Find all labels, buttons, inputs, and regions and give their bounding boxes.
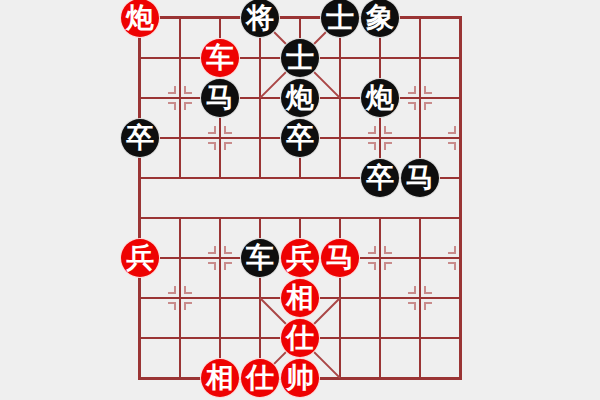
point-marker [424, 286, 432, 294]
point-marker [368, 262, 376, 270]
point-marker [368, 126, 376, 134]
board-file-line [179, 18, 181, 179]
point-marker [368, 142, 376, 150]
piece-red-chariot[interactable]: 车 [200, 38, 240, 78]
point-marker [408, 86, 416, 94]
board-file-line [419, 217, 421, 379]
app-background: 炮将士象车士马炮炮卒卒卒马兵车兵马相仕相仕帅 [0, 0, 600, 400]
piece-red-advisor[interactable]: 仕 [280, 318, 320, 358]
point-marker [408, 102, 416, 110]
point-marker [448, 262, 456, 270]
piece-red-king[interactable]: 帅 [280, 358, 320, 398]
point-marker [168, 86, 176, 94]
piece-black-soldier[interactable]: 卒 [120, 118, 160, 158]
piece-red-soldier[interactable]: 兵 [280, 238, 320, 278]
point-marker [224, 246, 232, 254]
point-marker [184, 302, 192, 310]
point-marker [224, 142, 232, 150]
point-marker [448, 246, 456, 254]
piece-black-chariot[interactable]: 车 [240, 238, 280, 278]
point-marker [408, 286, 416, 294]
point-marker [384, 246, 392, 254]
point-marker [384, 262, 392, 270]
piece-red-elephant[interactable]: 相 [200, 358, 240, 398]
piece-black-horse[interactable]: 马 [200, 78, 240, 118]
piece-red-advisor[interactable]: 仕 [240, 358, 280, 398]
point-marker [424, 302, 432, 310]
board-rank-line [140, 217, 462, 219]
piece-red-soldier[interactable]: 兵 [120, 238, 160, 278]
point-marker [224, 262, 232, 270]
point-marker [184, 286, 192, 294]
piece-black-advisor[interactable]: 士 [280, 38, 320, 78]
piece-black-horse[interactable]: 马 [400, 158, 440, 198]
point-marker [368, 246, 376, 254]
board-file-line [379, 217, 381, 379]
point-marker [448, 126, 456, 134]
board-file-line [219, 217, 221, 379]
point-marker [184, 86, 192, 94]
piece-black-soldier[interactable]: 卒 [360, 158, 400, 198]
point-marker [168, 302, 176, 310]
piece-red-horse[interactable]: 马 [320, 238, 360, 278]
point-marker [384, 126, 392, 134]
point-marker [424, 86, 432, 94]
point-marker [424, 102, 432, 110]
point-marker [208, 262, 216, 270]
piece-black-cannon[interactable]: 炮 [360, 78, 400, 118]
piece-red-elephant[interactable]: 相 [280, 278, 320, 318]
point-marker [184, 102, 192, 110]
point-marker [208, 246, 216, 254]
point-marker [448, 142, 456, 150]
point-marker [208, 142, 216, 150]
point-marker [408, 302, 416, 310]
point-marker [168, 286, 176, 294]
point-marker [384, 142, 392, 150]
point-marker [224, 126, 232, 134]
board-file-line [179, 217, 181, 379]
point-marker [208, 126, 216, 134]
piece-black-cannon[interactable]: 炮 [280, 78, 320, 118]
piece-black-soldier[interactable]: 卒 [280, 118, 320, 158]
point-marker [168, 102, 176, 110]
board-file-line [419, 18, 421, 179]
xiangqi-board: 炮将士象车士马炮炮卒卒卒马兵车兵马相仕相仕帅 [140, 18, 460, 378]
